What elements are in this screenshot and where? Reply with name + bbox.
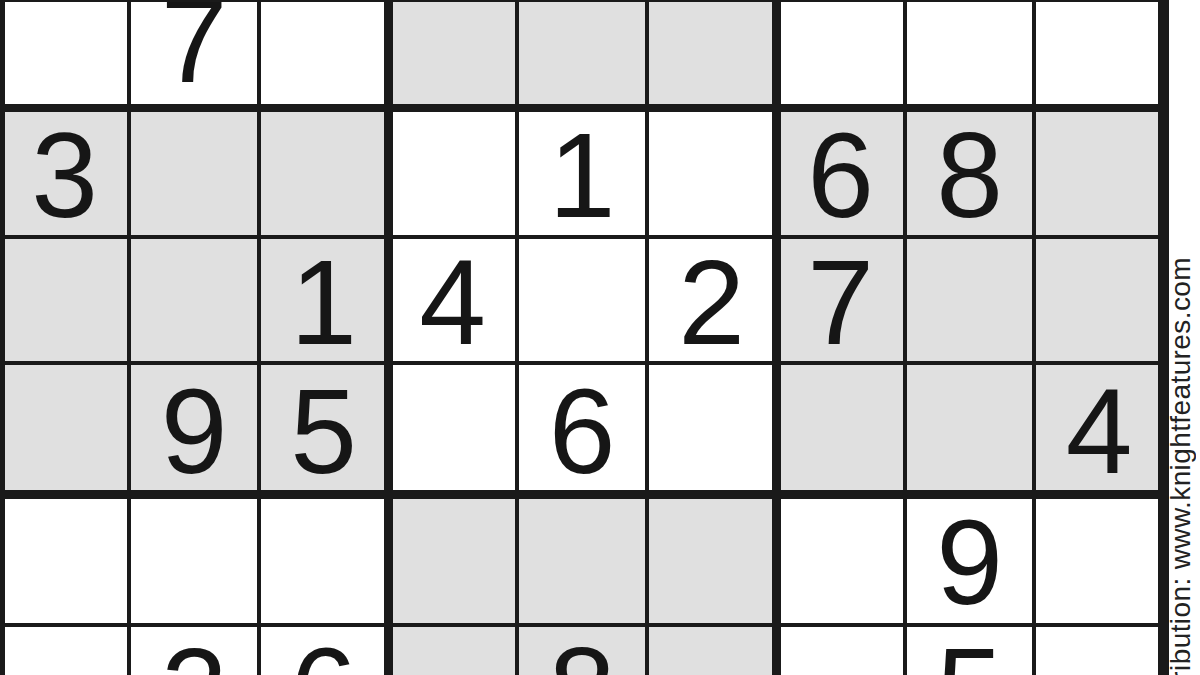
cell-r5c1 [0, 237, 129, 363]
cell-r8c4 [388, 625, 517, 675]
cell-r4c4 [388, 108, 517, 237]
cell-r3c5 [517, 0, 647, 108]
given-digit: 2 [678, 242, 745, 362]
cell-r8c9 [1034, 625, 1164, 675]
cell-r4c6 [647, 108, 776, 237]
cell-r7c8: 9 [905, 494, 1034, 625]
sudoku-board: 731681427956492685 [0, 0, 1200, 675]
cell-r6c3: 5 [259, 363, 388, 494]
cell-r5c9 [1034, 237, 1164, 363]
cell-r3c7 [776, 0, 905, 108]
cell-r5c5 [517, 237, 647, 363]
cell-r8c7 [776, 625, 905, 675]
cell-r8c8: 5 [905, 625, 1034, 675]
given-digit: 9 [161, 371, 228, 491]
given-digit: 2 [161, 630, 228, 675]
given-digit: 1 [290, 242, 357, 362]
given-digit: 6 [290, 630, 357, 675]
cell-r4c9 [1034, 108, 1164, 237]
given-digit: 6 [549, 371, 616, 491]
cell-r6c6 [647, 363, 776, 494]
cell-r3c4 [388, 0, 517, 108]
cell-r5c7: 7 [776, 237, 905, 363]
cell-r5c4: 4 [388, 237, 517, 363]
cell-r8c6 [647, 625, 776, 675]
attribution-text: ribution: www.knightfeatures.com [1165, 257, 1197, 675]
cell-r3c9 [1034, 0, 1164, 108]
cell-r6c9: 4 [1034, 363, 1164, 494]
cell-r7c5 [517, 494, 647, 625]
cell-r7c9 [1034, 494, 1164, 625]
cell-r8c1 [0, 625, 129, 675]
cell-r6c4 [388, 363, 517, 494]
cell-r4c3 [259, 108, 388, 237]
sudoku-thumbnail: 731681427956492685 ribution: www.knightf… [0, 0, 1200, 675]
cell-r4c8: 8 [905, 108, 1034, 237]
cell-r4c7: 6 [776, 108, 905, 237]
given-digit: 8 [936, 115, 1003, 235]
cell-r6c5: 6 [517, 363, 647, 494]
cell-r6c1 [0, 363, 129, 494]
given-digit: 4 [419, 242, 486, 362]
cell-r3c8 [905, 0, 1034, 108]
cell-r7c7 [776, 494, 905, 625]
cell-r6c7 [776, 363, 905, 494]
cell-r3c3 [259, 0, 388, 108]
cell-r8c5: 8 [517, 625, 647, 675]
given-digit: 4 [1066, 371, 1133, 491]
given-digit: 8 [549, 630, 616, 675]
cell-r5c3: 1 [259, 237, 388, 363]
cell-r8c2: 2 [129, 625, 259, 675]
given-digit: 3 [31, 115, 98, 235]
cell-r3c6 [647, 0, 776, 108]
cell-r4c5: 1 [517, 108, 647, 237]
cell-r8c3: 6 [259, 625, 388, 675]
cell-r7c3 [259, 494, 388, 625]
cell-r3c2: 7 [129, 0, 259, 108]
given-digit: 1 [549, 115, 616, 235]
cell-r7c6 [647, 494, 776, 625]
cell-r7c1 [0, 494, 129, 625]
cell-r3c1 [0, 0, 129, 108]
cell-r4c2 [129, 108, 259, 237]
given-digit: 5 [290, 371, 357, 491]
given-digit: 9 [936, 502, 1003, 622]
given-digit: 5 [936, 630, 1003, 675]
cell-r5c2 [129, 237, 259, 363]
cell-r6c8 [905, 363, 1034, 494]
given-digit: 7 [807, 242, 874, 362]
cell-r5c8 [905, 237, 1034, 363]
cell-r6c2: 9 [129, 363, 259, 494]
cell-r7c2 [129, 494, 259, 625]
given-digit: 7 [161, 0, 228, 100]
cell-r7c4 [388, 494, 517, 625]
cell-r5c6: 2 [647, 237, 776, 363]
given-digit: 6 [807, 115, 874, 235]
cell-r4c1: 3 [0, 108, 129, 237]
